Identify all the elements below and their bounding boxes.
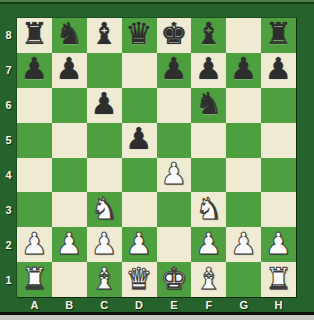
- square-c5[interactable]: [87, 123, 122, 158]
- square-c2[interactable]: ♟: [87, 227, 122, 262]
- black-bishop: ♝: [195, 19, 222, 49]
- square-h4[interactable]: [261, 158, 296, 193]
- square-e1[interactable]: ♚: [157, 262, 192, 297]
- square-a3[interactable]: [17, 192, 52, 227]
- square-g3[interactable]: [226, 192, 261, 227]
- white-pawn: ♟: [91, 229, 118, 259]
- square-b2[interactable]: ♟: [52, 227, 87, 262]
- white-pawn: ♟: [160, 159, 187, 189]
- square-h1[interactable]: ♜: [261, 262, 296, 297]
- square-e5[interactable]: [157, 123, 192, 158]
- square-e3[interactable]: [157, 192, 192, 227]
- black-pawn: ♟: [21, 54, 48, 84]
- square-a8[interactable]: ♜: [17, 18, 52, 53]
- square-b3[interactable]: [52, 192, 87, 227]
- square-f7[interactable]: ♟: [191, 53, 226, 88]
- rank-label-6: 6: [0, 88, 17, 123]
- white-queen: ♛: [126, 264, 153, 294]
- square-b1[interactable]: [52, 262, 87, 297]
- file-label-a: A: [17, 297, 52, 312]
- black-queen: ♛: [126, 19, 153, 49]
- black-knight: ♞: [195, 89, 222, 119]
- square-c4[interactable]: [87, 158, 122, 193]
- rank-label-1: 1: [0, 262, 17, 297]
- square-d1[interactable]: ♛: [122, 262, 157, 297]
- square-f4[interactable]: [191, 158, 226, 193]
- frame-top-line: [0, 2, 314, 4]
- square-a7[interactable]: ♟: [17, 53, 52, 88]
- rank-label-4: 4: [0, 158, 17, 193]
- black-king: ♚: [160, 19, 187, 49]
- square-f6[interactable]: ♞: [191, 88, 226, 123]
- square-e8[interactable]: ♚: [157, 18, 192, 53]
- black-knight: ♞: [56, 19, 83, 49]
- black-pawn: ♟: [126, 124, 153, 154]
- square-h2[interactable]: ♟: [261, 227, 296, 262]
- white-pawn: ♟: [230, 229, 257, 259]
- square-g7[interactable]: ♟: [226, 53, 261, 88]
- white-king: ♚: [160, 264, 187, 294]
- file-labels: ABCDEFGH: [17, 297, 296, 312]
- square-g2[interactable]: ♟: [226, 227, 261, 262]
- square-b8[interactable]: ♞: [52, 18, 87, 53]
- square-a5[interactable]: [17, 123, 52, 158]
- square-g5[interactable]: [226, 123, 261, 158]
- square-c6[interactable]: ♟: [87, 88, 122, 123]
- white-pawn: ♟: [195, 229, 222, 259]
- square-e6[interactable]: [157, 88, 192, 123]
- square-a6[interactable]: [17, 88, 52, 123]
- rank-label-8: 8: [0, 18, 17, 53]
- square-c8[interactable]: ♝: [87, 18, 122, 53]
- square-b4[interactable]: [52, 158, 87, 193]
- rank-label-3: 3: [0, 192, 17, 227]
- white-rook: ♜: [21, 264, 48, 294]
- square-d3[interactable]: [122, 192, 157, 227]
- square-d5[interactable]: ♟: [122, 123, 157, 158]
- white-knight: ♞: [195, 194, 222, 224]
- square-f8[interactable]: ♝: [191, 18, 226, 53]
- file-label-d: D: [122, 297, 157, 312]
- black-pawn: ♟: [56, 54, 83, 84]
- black-bishop: ♝: [91, 19, 118, 49]
- white-pawn: ♟: [56, 229, 83, 259]
- square-d8[interactable]: ♛: [122, 18, 157, 53]
- chess-board: ♜♞♝♛♚♝♜♟♟♟♟♟♟♟♞♟♟♞♞♟♟♟♟♟♟♟♜♝♛♚♝♜: [17, 18, 296, 297]
- black-pawn: ♟: [265, 54, 292, 84]
- square-d4[interactable]: [122, 158, 157, 193]
- file-label-c: C: [87, 297, 122, 312]
- square-h7[interactable]: ♟: [261, 53, 296, 88]
- square-e4[interactable]: ♟: [157, 158, 192, 193]
- square-h8[interactable]: ♜: [261, 18, 296, 53]
- white-knight: ♞: [91, 194, 118, 224]
- square-b6[interactable]: [52, 88, 87, 123]
- chess-board-diagram: 87654321 ♜♞♝♛♚♝♜♟♟♟♟♟♟♟♞♟♟♞♞♟♟♟♟♟♟♟♜♝♛♚♝…: [0, 0, 314, 320]
- square-f1[interactable]: ♝: [191, 262, 226, 297]
- black-pawn: ♟: [230, 54, 257, 84]
- white-pawn: ♟: [126, 229, 153, 259]
- black-pawn: ♟: [160, 54, 187, 84]
- square-c7[interactable]: [87, 53, 122, 88]
- square-h3[interactable]: [261, 192, 296, 227]
- file-label-f: F: [191, 297, 226, 312]
- rank-label-5: 5: [0, 123, 17, 158]
- square-b7[interactable]: ♟: [52, 53, 87, 88]
- square-b5[interactable]: [52, 123, 87, 158]
- frame-bottom-strip: [0, 315, 314, 320]
- white-pawn: ♟: [21, 229, 48, 259]
- white-pawn: ♟: [265, 229, 292, 259]
- rank-label-7: 7: [0, 53, 17, 88]
- rank-labels: 87654321: [0, 18, 17, 297]
- square-f2[interactable]: ♟: [191, 227, 226, 262]
- square-g1[interactable]: [226, 262, 261, 297]
- file-label-h: H: [261, 297, 296, 312]
- square-a4[interactable]: [17, 158, 52, 193]
- square-d2[interactable]: ♟: [122, 227, 157, 262]
- square-e7[interactable]: ♟: [157, 53, 192, 88]
- square-h5[interactable]: [261, 123, 296, 158]
- square-a1[interactable]: ♜: [17, 262, 52, 297]
- file-label-b: B: [52, 297, 87, 312]
- square-d6[interactable]: [122, 88, 157, 123]
- square-f5[interactable]: [191, 123, 226, 158]
- white-bishop: ♝: [91, 264, 118, 294]
- file-label-e: E: [157, 297, 192, 312]
- black-rook: ♜: [21, 19, 48, 49]
- black-rook: ♜: [265, 19, 292, 49]
- square-d7[interactable]: [122, 53, 157, 88]
- square-a2[interactable]: ♟: [17, 227, 52, 262]
- square-g8[interactable]: [226, 18, 261, 53]
- square-g6[interactable]: [226, 88, 261, 123]
- white-rook: ♜: [265, 264, 292, 294]
- square-c1[interactable]: ♝: [87, 262, 122, 297]
- black-pawn: ♟: [91, 89, 118, 119]
- square-g4[interactable]: [226, 158, 261, 193]
- square-c3[interactable]: ♞: [87, 192, 122, 227]
- square-h6[interactable]: [261, 88, 296, 123]
- rank-label-2: 2: [0, 227, 17, 262]
- black-pawn: ♟: [195, 54, 222, 84]
- square-f3[interactable]: ♞: [191, 192, 226, 227]
- file-label-g: G: [226, 297, 261, 312]
- white-bishop: ♝: [195, 264, 222, 294]
- square-e2[interactable]: [157, 227, 192, 262]
